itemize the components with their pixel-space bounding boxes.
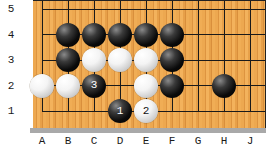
cropped-top-grid-edge bbox=[33, 0, 266, 1]
grid-line-row-5 bbox=[42, 9, 267, 10]
row-label-4: 4 bbox=[0, 30, 22, 41]
column-label-B: B bbox=[58, 136, 78, 147]
row-label-1: 1 bbox=[0, 106, 22, 117]
stone-black-b4[interactable] bbox=[56, 23, 80, 47]
stone-white-e1[interactable]: 2 bbox=[134, 99, 158, 123]
stone-black-f3[interactable] bbox=[160, 48, 184, 72]
stone-black-h2[interactable] bbox=[212, 74, 236, 98]
column-label-A: A bbox=[32, 136, 52, 147]
stone-black-c2[interactable]: 3 bbox=[82, 74, 106, 98]
stone-black-d4[interactable] bbox=[108, 23, 132, 47]
stone-white-d3[interactable] bbox=[108, 48, 132, 72]
stone-black-b3[interactable] bbox=[56, 48, 80, 72]
go-board[interactable]: 312 bbox=[33, 0, 266, 128]
grid-line-col-J bbox=[250, 0, 251, 112]
stone-black-e4[interactable] bbox=[134, 23, 158, 47]
column-label-F: F bbox=[162, 136, 182, 147]
column-label-D: D bbox=[110, 136, 130, 147]
move-number-label: 3 bbox=[91, 80, 98, 91]
cropped-right-grid-edge bbox=[265, 0, 266, 128]
move-number-label: 2 bbox=[143, 106, 150, 117]
board-bottom-edge-shadow bbox=[30, 128, 266, 133]
stone-white-e3[interactable] bbox=[134, 48, 158, 72]
stone-black-d1[interactable]: 1 bbox=[108, 99, 132, 123]
row-label-2: 2 bbox=[0, 81, 22, 92]
column-label-E: E bbox=[136, 136, 156, 147]
stone-white-e2[interactable] bbox=[134, 74, 158, 98]
column-label-H: H bbox=[214, 136, 234, 147]
row-label-5: 5 bbox=[0, 4, 22, 15]
stone-black-f2[interactable] bbox=[160, 74, 184, 98]
move-number-label: 1 bbox=[117, 106, 124, 117]
stone-black-c4[interactable] bbox=[82, 23, 106, 47]
go-diagram: 312 54321 ABCDEFGHJ bbox=[0, 0, 266, 153]
stone-white-a2[interactable] bbox=[30, 74, 54, 98]
stone-white-c3[interactable] bbox=[82, 48, 106, 72]
grid-line-col-G bbox=[198, 0, 199, 112]
stone-white-b2[interactable] bbox=[56, 74, 80, 98]
column-label-G: G bbox=[188, 136, 208, 147]
column-label-J: J bbox=[240, 136, 260, 147]
row-label-3: 3 bbox=[0, 55, 22, 66]
stone-black-f4[interactable] bbox=[160, 23, 184, 47]
column-label-C: C bbox=[84, 136, 104, 147]
